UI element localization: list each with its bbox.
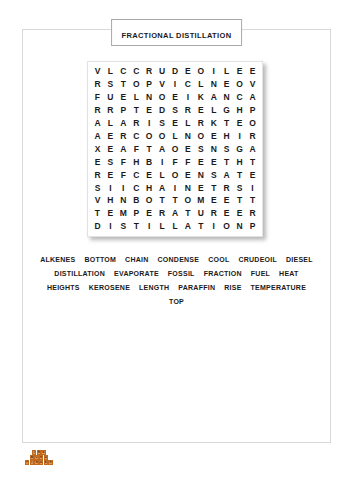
grid-cell: P	[246, 104, 259, 117]
grid-cell: A	[156, 143, 169, 156]
grid-cell: R	[104, 104, 117, 117]
wordsearch-grid: VLCCRUDEOILEERSTOPVICLNEOVFUELNOEIKANCAR…	[87, 61, 263, 237]
grid-cell: S	[156, 117, 169, 130]
grid-cell: A	[156, 181, 169, 194]
grid-cell: E	[194, 155, 207, 168]
word-list-item: TOP	[169, 298, 184, 305]
grid-cell: R	[117, 130, 130, 143]
grid-cell: T	[156, 194, 169, 207]
word-list-item: HEAT	[279, 270, 299, 277]
grid-cell: T	[169, 194, 182, 207]
grid-cell: M	[194, 194, 207, 207]
grid-cell: C	[117, 65, 130, 78]
logo-tile: D	[44, 455, 48, 460]
grid-cell: E	[104, 130, 117, 143]
grid-cell: B	[143, 155, 156, 168]
word-list-item: KEROSENE	[89, 284, 130, 291]
grid-cell: A	[117, 117, 130, 130]
grid-cell: O	[194, 130, 207, 143]
word-list-item: HEIGHTS	[47, 284, 80, 291]
grid-cell: O	[194, 65, 207, 78]
word-list-item: CHAIN	[125, 256, 148, 263]
grid-cell: N	[194, 168, 207, 181]
logo-tile: R	[39, 455, 43, 460]
grid-cell: L	[169, 130, 182, 143]
grid-cell: V	[91, 65, 104, 78]
grid-cell: O	[143, 194, 156, 207]
grid-cell: H	[233, 104, 246, 117]
word-list-item: RISE	[224, 284, 241, 291]
word-list-item: PARAFFIN	[178, 284, 215, 291]
grid-cell: O	[220, 220, 233, 233]
grid-cell: S	[104, 155, 117, 168]
grid-cell: S	[104, 78, 117, 91]
grid-cell: T	[194, 220, 207, 233]
grid-cell: H	[104, 194, 117, 207]
grid-cell: O	[181, 194, 194, 207]
grid-cell: E	[194, 181, 207, 194]
grid-cell: D	[156, 104, 169, 117]
word-list-line: DISTILLATIONEVAPORATEFOSSILFRACTIONFUELH…	[54, 266, 298, 280]
grid-cell: U	[156, 65, 169, 78]
grid-cell: S	[117, 220, 130, 233]
word-list-item: ALKENES	[40, 256, 75, 263]
grid-cell: T	[91, 207, 104, 220]
grid-cell: S	[207, 168, 220, 181]
grid-cell: A	[246, 143, 259, 156]
grid-cell: R	[91, 78, 104, 91]
grid-cell: O	[156, 130, 169, 143]
grid-cell: G	[220, 104, 233, 117]
word-list-item: BOTTOM	[84, 256, 116, 263]
word-list-item: CRUDEOIL	[238, 256, 277, 263]
grid-cell: I	[169, 78, 182, 91]
grid-cell: E	[169, 117, 182, 130]
grid-cell: R	[91, 104, 104, 117]
logo-tile: T	[32, 450, 36, 455]
word-list-line: ALKENESBOTTOMCHAINCONDENSECOOLCRUDEOILDI…	[40, 252, 313, 266]
grid-cell: N	[233, 220, 246, 233]
logo-tile: O	[34, 455, 38, 460]
grid-cell: C	[130, 168, 143, 181]
logo-tile: F	[25, 460, 29, 465]
grid-cell: E	[194, 104, 207, 117]
grid-cell: O	[169, 143, 182, 156]
grid-cell: V	[156, 78, 169, 91]
grid-cell: E	[91, 155, 104, 168]
grid-cell: T	[220, 155, 233, 168]
word-list-item: EVAPORATE	[114, 270, 159, 277]
logo-row: THE	[32, 450, 46, 455]
grid-cell: T	[117, 78, 130, 91]
grid-cell: E	[169, 91, 182, 104]
grid-cell: O	[156, 91, 169, 104]
grid-cell: H	[143, 181, 156, 194]
grid-cell: L	[156, 220, 169, 233]
word-list-line: TOP	[169, 294, 184, 308]
grid-cell: E	[207, 130, 220, 143]
grid-cell: S	[233, 181, 246, 194]
grid-cell: I	[117, 181, 130, 194]
grid-cell: V	[246, 78, 259, 91]
grid-cell: F	[117, 155, 130, 168]
grid-cell: H	[130, 155, 143, 168]
grid-cell: N	[117, 194, 130, 207]
grid-cell: S	[91, 181, 104, 194]
grid-cell: L	[130, 91, 143, 104]
grid-cell: N	[207, 78, 220, 91]
grid-cell: E	[104, 207, 117, 220]
grid-cell: N	[181, 181, 194, 194]
grid-cell: I	[181, 91, 194, 104]
grid-cell: P	[246, 220, 259, 233]
wordfinder-logo: THEWORDFINDER	[25, 450, 53, 465]
grid-cell: R	[143, 65, 156, 78]
grid-cell: A	[246, 91, 259, 104]
grid-cell: N	[207, 143, 220, 156]
grid-cell: I	[143, 117, 156, 130]
grid-cell: R	[91, 168, 104, 181]
grid-cell: C	[130, 130, 143, 143]
grid-cell: P	[117, 104, 130, 117]
grid-cell: E	[220, 194, 233, 207]
grid-cell: E	[207, 155, 220, 168]
logo-tile: H	[37, 450, 41, 455]
grid-cell: A	[181, 220, 194, 233]
grid-cell: A	[91, 130, 104, 143]
grid-cell: T	[220, 117, 233, 130]
grid-cell: E	[117, 91, 130, 104]
grid-cell: H	[220, 130, 233, 143]
grid-cell: O	[169, 168, 182, 181]
word-list-item: TEMPERATURE	[251, 284, 307, 291]
word-list-item: FRACTION	[204, 270, 242, 277]
grid-cell: M	[117, 207, 130, 220]
word-list-item: DISTILLATION	[54, 270, 105, 277]
grid-cell: U	[104, 91, 117, 104]
grid-cell: O	[233, 78, 246, 91]
grid-cell: A	[117, 143, 130, 156]
grid-cell: L	[181, 117, 194, 130]
puzzle-title: FRACTIONAL DISTILLATION	[122, 31, 232, 40]
logo-tile: E	[44, 460, 48, 465]
grid-cell: A	[207, 91, 220, 104]
grid-cell: R	[156, 207, 169, 220]
grid-cell: T	[130, 220, 143, 233]
grid-cell: E	[233, 207, 246, 220]
grid-cell: I	[169, 181, 182, 194]
title-box: FRACTIONAL DISTILLATION	[111, 19, 243, 46]
grid-cell: I	[207, 65, 220, 78]
grid-cell: D	[169, 65, 182, 78]
grid-cell: T	[207, 181, 220, 194]
grid-cell: P	[143, 78, 156, 91]
grid-cell: T	[181, 207, 194, 220]
grid-cell: I	[233, 130, 246, 143]
grid-cell: F	[130, 143, 143, 156]
grid-cell: E	[143, 104, 156, 117]
grid-cell: N	[143, 91, 156, 104]
grid-cell: F	[169, 155, 182, 168]
grid-cell: E	[233, 117, 246, 130]
grid-cell: B	[130, 194, 143, 207]
grid-cell: E	[143, 168, 156, 181]
grid-cell: C	[233, 91, 246, 104]
grid-cell: L	[207, 104, 220, 117]
grid-cell: R	[220, 181, 233, 194]
word-list-item: LENGTH	[139, 284, 169, 291]
grid-cell: R	[207, 207, 220, 220]
grid-cell: G	[233, 143, 246, 156]
grid-cell: I	[104, 181, 117, 194]
grid-cell: P	[130, 207, 143, 220]
grid-cell: E	[220, 207, 233, 220]
grid-cell: N	[181, 130, 194, 143]
grid-cell: I	[143, 220, 156, 233]
grid-cell: I	[104, 220, 117, 233]
grid-cell: O	[130, 78, 143, 91]
word-list-line: HEIGHTSKEROSENELENGTHPARAFFINRISETEMPERA…	[47, 280, 306, 294]
word-list-item: FOSSIL	[168, 270, 195, 277]
grid-cell: R	[246, 130, 259, 143]
grid-cell: T	[143, 143, 156, 156]
grid-cell: K	[207, 117, 220, 130]
grid-cell: N	[220, 91, 233, 104]
grid-cell: A	[220, 168, 233, 181]
grid-cell: S	[220, 143, 233, 156]
grid-cell: I	[207, 220, 220, 233]
grid-cell: L	[169, 220, 182, 233]
grid-cell: E	[207, 194, 220, 207]
grid-cell: E	[181, 168, 194, 181]
word-list-item: COOL	[208, 256, 229, 263]
grid-cell: R	[181, 104, 194, 117]
grid-cell: X	[91, 143, 104, 156]
grid-cell: E	[104, 143, 117, 156]
logo-tile: N	[34, 460, 38, 465]
grid-cell: I	[156, 155, 169, 168]
logo-row: WORD	[30, 455, 48, 460]
word-list-item: FUEL	[251, 270, 270, 277]
grid-cell: H	[233, 155, 246, 168]
grid-cell: T	[130, 104, 143, 117]
grid-cell: C	[181, 78, 194, 91]
grid-cell: L	[104, 117, 117, 130]
grid-cell: E	[246, 65, 259, 78]
grid-cell: O	[246, 117, 259, 130]
grid-cell: T	[233, 194, 246, 207]
logo-tile: D	[39, 460, 43, 465]
grid-cell: T	[246, 155, 259, 168]
grid-cell: F	[181, 155, 194, 168]
grid-cell: R	[246, 207, 259, 220]
grid-cell: K	[194, 91, 207, 104]
grid-cell: E	[143, 207, 156, 220]
grid-cell: I	[246, 181, 259, 194]
grid-cell: O	[143, 130, 156, 143]
grid-cell: T	[246, 194, 259, 207]
word-list: ALKENESBOTTOMCHAINCONDENSECOOLCRUDEOILDI…	[0, 252, 353, 308]
grid-cell: T	[233, 168, 246, 181]
logo-tile: W	[30, 455, 34, 460]
grid-cell: R	[194, 117, 207, 130]
grid-cell: E	[104, 168, 117, 181]
logo-row: FINDER	[25, 460, 53, 465]
grid-cell: E	[233, 65, 246, 78]
grid-cell: F	[91, 91, 104, 104]
logo-tile: R	[48, 460, 52, 465]
page: FRACTIONAL DISTILLATION VLCCRUDEOILEERST…	[0, 0, 353, 500]
grid-cell: L	[194, 78, 207, 91]
grid-cell: L	[220, 65, 233, 78]
grid-cell: E	[220, 78, 233, 91]
grid-cell: L	[104, 65, 117, 78]
grid-cell: D	[91, 220, 104, 233]
grid-cell: U	[194, 207, 207, 220]
grid-cell: E	[246, 168, 259, 181]
grid-cell: A	[169, 207, 182, 220]
logo-tile: E	[41, 450, 45, 455]
word-list-item: DIESEL	[286, 256, 313, 263]
grid-cell: R	[130, 117, 143, 130]
grid-cell: C	[130, 65, 143, 78]
grid-cell: F	[117, 168, 130, 181]
grid-cell: E	[181, 143, 194, 156]
grid-cell: S	[169, 104, 182, 117]
grid-cell: C	[130, 181, 143, 194]
grid-cell: A	[91, 117, 104, 130]
grid-cell: L	[156, 168, 169, 181]
grid-cell: S	[194, 143, 207, 156]
grid-cell: E	[181, 65, 194, 78]
word-list-item: CONDENSE	[158, 256, 200, 263]
logo-tile: I	[30, 460, 34, 465]
grid-cell: V	[91, 194, 104, 207]
